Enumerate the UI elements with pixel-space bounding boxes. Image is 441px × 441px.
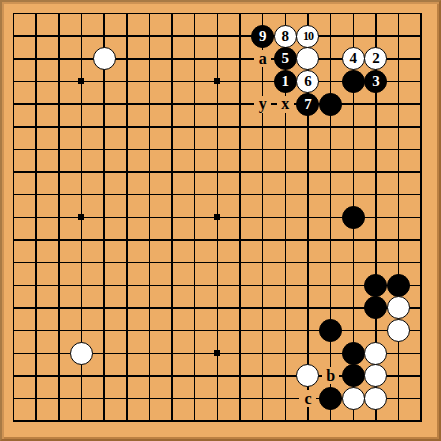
label-y: y (254, 96, 271, 113)
black-stone-move-9[interactable]: 9 (251, 25, 274, 48)
black-stone[interactable] (364, 274, 387, 297)
black-stone-move-1[interactable]: 1 (274, 70, 297, 93)
white-stone[interactable] (387, 296, 410, 319)
black-stone-move-3[interactable]: 3 (364, 70, 387, 93)
star-point (214, 214, 220, 220)
white-stone[interactable] (342, 387, 365, 410)
black-stone[interactable] (342, 364, 365, 387)
grid-line-horizontal (13, 239, 422, 241)
white-stone-move-8[interactable]: 8 (274, 25, 297, 48)
label-a: a (254, 50, 271, 67)
white-stone[interactable] (364, 364, 387, 387)
white-stone[interactable] (296, 364, 319, 387)
white-stone[interactable] (364, 342, 387, 365)
white-stone[interactable] (93, 47, 116, 70)
black-stone[interactable] (342, 342, 365, 365)
white-stone-move-6[interactable]: 6 (296, 70, 319, 93)
white-stone-move-4[interactable]: 4 (342, 47, 365, 70)
black-stone[interactable] (387, 274, 410, 297)
star-point (78, 214, 84, 220)
grid-line-vertical (330, 13, 332, 422)
white-stone[interactable] (296, 47, 319, 70)
grid-line-horizontal (13, 262, 422, 264)
star-point (214, 78, 220, 84)
grid-line-vertical (420, 13, 422, 422)
grid-line-vertical (262, 13, 264, 422)
star-point (214, 350, 220, 356)
label-x: x (277, 96, 294, 113)
go-board[interactable]: ayxbc98105421637 (0, 0, 441, 441)
grid-line-vertical (398, 13, 400, 422)
black-stone[interactable] (342, 206, 365, 229)
grid-line-horizontal (13, 420, 422, 422)
black-stone[interactable] (364, 296, 387, 319)
black-stone-move-7[interactable]: 7 (296, 93, 319, 116)
white-stone[interactable] (70, 342, 93, 365)
label-c: c (299, 390, 316, 407)
star-point (78, 78, 84, 84)
label-b: b (322, 367, 339, 384)
grid-line-horizontal (13, 330, 422, 332)
black-stone-move-5[interactable]: 5 (274, 47, 297, 70)
black-stone[interactable] (319, 93, 342, 116)
white-stone-move-10[interactable]: 10 (296, 25, 319, 48)
black-stone[interactable] (319, 387, 342, 410)
grid-line-horizontal (13, 307, 422, 309)
black-stone[interactable] (342, 70, 365, 93)
white-stone-move-2[interactable]: 2 (364, 47, 387, 70)
white-stone[interactable] (364, 387, 387, 410)
grid-line-horizontal (13, 285, 422, 287)
white-stone[interactable] (387, 319, 410, 342)
black-stone[interactable] (319, 319, 342, 342)
grid-line-vertical (239, 13, 241, 422)
